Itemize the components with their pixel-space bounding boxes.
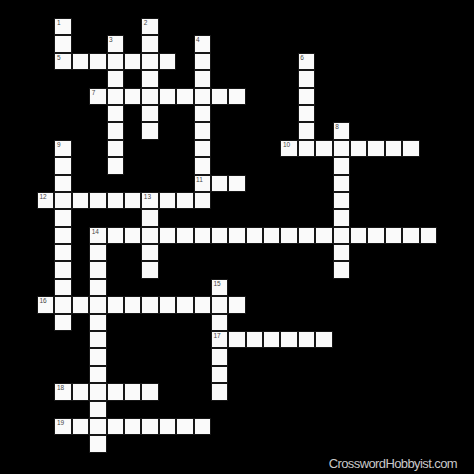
- cell-r9-c11[interactable]: [228, 175, 245, 192]
- cell-r12-c14[interactable]: [280, 227, 297, 244]
- cell-r1-c4[interactable]: 3: [107, 35, 124, 52]
- clue-number-6: 6: [300, 54, 304, 61]
- clue-number-19: 19: [57, 419, 64, 426]
- cell-r3-c4[interactable]: [107, 70, 124, 87]
- cell-r12-c5[interactable]: [124, 227, 141, 244]
- cell-r23-c1[interactable]: 19: [54, 418, 71, 435]
- cell-r7-c9[interactable]: [194, 140, 211, 157]
- watermark-text: CrosswordHobbyist.com: [329, 456, 457, 471]
- clue-number-14: 14: [92, 228, 99, 235]
- cell-r16-c5[interactable]: [124, 296, 141, 313]
- cell-r21-c3[interactable]: [89, 383, 106, 400]
- cell-r12-c18[interactable]: [350, 227, 367, 244]
- cell-r17-c1[interactable]: [54, 314, 71, 331]
- cell-r18-c13[interactable]: [263, 331, 280, 348]
- cell-r15-c3[interactable]: [89, 279, 106, 296]
- cell-r4-c8[interactable]: [176, 88, 193, 105]
- cell-r10-c1[interactable]: [54, 192, 71, 209]
- clue-number-9: 9: [57, 141, 61, 148]
- cell-r13-c17[interactable]: [333, 244, 350, 261]
- cell-r12-c6[interactable]: [141, 227, 158, 244]
- cell-r23-c2[interactable]: [72, 418, 89, 435]
- cell-r9-c1[interactable]: [54, 175, 71, 192]
- cell-r13-c6[interactable]: [141, 244, 158, 261]
- cell-r7-c20[interactable]: [385, 140, 402, 157]
- cell-r18-c14[interactable]: [280, 331, 297, 348]
- cell-r2-c4[interactable]: [107, 53, 124, 70]
- cell-r2-c3[interactable]: [89, 53, 106, 70]
- cell-r18-c11[interactable]: [228, 331, 245, 348]
- cell-r7-c21[interactable]: [402, 140, 419, 157]
- cell-r21-c5[interactable]: [124, 383, 141, 400]
- cell-r13-c3[interactable]: [89, 244, 106, 261]
- cell-r16-c7[interactable]: [159, 296, 176, 313]
- cell-r16-c0[interactable]: 16: [37, 296, 54, 313]
- cell-r23-c8[interactable]: [176, 418, 193, 435]
- cell-r2-c7[interactable]: [159, 53, 176, 70]
- clue-number-12: 12: [40, 193, 47, 200]
- cell-r12-c8[interactable]: [176, 227, 193, 244]
- cell-r19-c3[interactable]: [89, 348, 106, 365]
- cell-r16-c2[interactable]: [72, 296, 89, 313]
- cell-r4-c7[interactable]: [159, 88, 176, 105]
- cell-r17-c3[interactable]: [89, 314, 106, 331]
- clue-number-4: 4: [196, 36, 200, 43]
- clue-number-17: 17: [213, 332, 220, 339]
- cell-r16-c10[interactable]: [211, 296, 228, 313]
- cell-r2-c6[interactable]: [141, 53, 158, 70]
- cell-r16-c6[interactable]: [141, 296, 158, 313]
- cell-r12-c22[interactable]: [420, 227, 437, 244]
- cell-r6-c15[interactable]: [298, 122, 315, 139]
- cell-r23-c4[interactable]: [107, 418, 124, 435]
- cell-r23-c6[interactable]: [141, 418, 158, 435]
- cell-r8-c4[interactable]: [107, 157, 124, 174]
- cell-r12-c3[interactable]: 14: [89, 227, 106, 244]
- cell-r4-c9[interactable]: [194, 88, 211, 105]
- cell-r3-c9[interactable]: [194, 70, 211, 87]
- cell-r10-c0[interactable]: 12: [37, 192, 54, 209]
- cell-r12-c12[interactable]: [246, 227, 263, 244]
- cell-r2-c2[interactable]: [72, 53, 89, 70]
- cell-r7-c14[interactable]: 10: [280, 140, 297, 157]
- clue-number-15: 15: [213, 280, 220, 287]
- cell-r24-c3[interactable]: [89, 435, 106, 452]
- cell-r0-c1[interactable]: 1: [54, 18, 71, 35]
- cell-r8-c9[interactable]: [194, 157, 211, 174]
- cell-r7-c17[interactable]: [333, 140, 350, 157]
- cell-r5-c4[interactable]: [107, 105, 124, 122]
- cell-r12-c20[interactable]: [385, 227, 402, 244]
- cell-r4-c3[interactable]: 7: [89, 88, 106, 105]
- cell-r10-c6[interactable]: 13: [141, 192, 158, 209]
- clue-number-13: 13: [144, 193, 151, 200]
- cell-r22-c3[interactable]: [89, 401, 106, 418]
- cell-r6-c17[interactable]: 8: [333, 122, 350, 139]
- cell-r15-c1[interactable]: [54, 279, 71, 296]
- cell-r21-c1[interactable]: 18: [54, 383, 71, 400]
- cell-r10-c4[interactable]: [107, 192, 124, 209]
- cell-r20-c10[interactable]: [211, 366, 228, 383]
- crossword-grid: 12345678910111213141516171819: [37, 18, 437, 453]
- cell-r12-c7[interactable]: [159, 227, 176, 244]
- cell-r10-c5[interactable]: [124, 192, 141, 209]
- clue-number-1: 1: [57, 19, 61, 26]
- cell-r14-c6[interactable]: [141, 261, 158, 278]
- cell-r2-c1[interactable]: 5: [54, 53, 71, 70]
- cell-r23-c5[interactable]: [124, 418, 141, 435]
- cell-r11-c6[interactable]: [141, 209, 158, 226]
- cell-r23-c3[interactable]: [89, 418, 106, 435]
- clue-number-8: 8: [335, 123, 339, 130]
- cell-r11-c1[interactable]: [54, 209, 71, 226]
- cell-r18-c3[interactable]: [89, 331, 106, 348]
- cell-r12-c15[interactable]: [298, 227, 315, 244]
- clue-number-7: 7: [92, 89, 96, 96]
- cell-r17-c10[interactable]: [211, 314, 228, 331]
- cell-r12-c4[interactable]: [107, 227, 124, 244]
- cell-r12-c19[interactable]: [367, 227, 384, 244]
- cell-r21-c2[interactable]: [72, 383, 89, 400]
- cell-r10-c8[interactable]: [176, 192, 193, 209]
- cell-r16-c1[interactable]: [54, 296, 71, 313]
- cell-r12-c1[interactable]: [54, 227, 71, 244]
- cell-r13-c1[interactable]: [54, 244, 71, 261]
- cell-r10-c3[interactable]: [89, 192, 106, 209]
- cell-r19-c10[interactable]: [211, 348, 228, 365]
- cell-r20-c3[interactable]: [89, 366, 106, 383]
- clue-number-16: 16: [40, 297, 47, 304]
- cell-r4-c15[interactable]: [298, 88, 315, 105]
- cell-r10-c2[interactable]: [72, 192, 89, 209]
- cell-r18-c10[interactable]: 17: [211, 331, 228, 348]
- cell-r12-c9[interactable]: [194, 227, 211, 244]
- cell-r14-c1[interactable]: [54, 261, 71, 278]
- cell-r18-c16[interactable]: [315, 331, 332, 348]
- cell-r3-c15[interactable]: [298, 70, 315, 87]
- cell-r4-c4[interactable]: [107, 88, 124, 105]
- cell-r9-c10[interactable]: [211, 175, 228, 192]
- cell-r2-c9[interactable]: [194, 53, 211, 70]
- cell-r12-c17[interactable]: [333, 227, 350, 244]
- cell-r23-c9[interactable]: [194, 418, 211, 435]
- cell-r0-c6[interactable]: 2: [141, 18, 158, 35]
- cell-r12-c13[interactable]: [263, 227, 280, 244]
- crossword-puzzle-page: 12345678910111213141516171819 CrosswordH…: [0, 0, 474, 474]
- cell-r10-c7[interactable]: [159, 192, 176, 209]
- cell-r7-c1[interactable]: 9: [54, 140, 71, 157]
- cell-r6-c6[interactable]: [141, 122, 158, 139]
- cell-r7-c4[interactable]: [107, 140, 124, 157]
- cell-r14-c17[interactable]: [333, 261, 350, 278]
- cell-r1-c9[interactable]: 4: [194, 35, 211, 52]
- cell-r16-c4[interactable]: [107, 296, 124, 313]
- cell-r8-c17[interactable]: [333, 157, 350, 174]
- cell-r3-c6[interactable]: [141, 70, 158, 87]
- cell-r9-c17[interactable]: [333, 175, 350, 192]
- clue-number-18: 18: [57, 384, 64, 391]
- clue-number-3: 3: [109, 36, 113, 43]
- cell-r21-c10[interactable]: [211, 383, 228, 400]
- cell-r7-c16[interactable]: [315, 140, 332, 157]
- cell-r14-c3[interactable]: [89, 261, 106, 278]
- cell-r12-c11[interactable]: [228, 227, 245, 244]
- cell-r4-c5[interactable]: [124, 88, 141, 105]
- cell-r1-c6[interactable]: [141, 35, 158, 52]
- cell-r16-c3[interactable]: [89, 296, 106, 313]
- cell-r2-c5[interactable]: [124, 53, 141, 70]
- cell-r9-c9[interactable]: 11: [194, 175, 211, 192]
- cell-r23-c7[interactable]: [159, 418, 176, 435]
- cell-r5-c15[interactable]: [298, 105, 315, 122]
- cell-r12-c21[interactable]: [402, 227, 419, 244]
- cell-r21-c4[interactable]: [107, 383, 124, 400]
- cell-r21-c6[interactable]: [141, 383, 158, 400]
- cell-r18-c15[interactable]: [298, 331, 315, 348]
- cell-r6-c9[interactable]: [194, 122, 211, 139]
- cell-r12-c16[interactable]: [315, 227, 332, 244]
- clue-number-10: 10: [283, 141, 290, 148]
- cell-r10-c9[interactable]: [194, 192, 211, 209]
- cell-r12-c10[interactable]: [211, 227, 228, 244]
- cell-r5-c6[interactable]: [141, 105, 158, 122]
- cell-r5-c9[interactable]: [194, 105, 211, 122]
- cell-r4-c6[interactable]: [141, 88, 158, 105]
- cell-r7-c18[interactable]: [350, 140, 367, 157]
- cell-r1-c1[interactable]: [54, 35, 71, 52]
- cell-r15-c10[interactable]: 15: [211, 279, 228, 296]
- cell-r7-c15[interactable]: [298, 140, 315, 157]
- clue-number-5: 5: [57, 54, 61, 61]
- cell-r4-c11[interactable]: [228, 88, 245, 105]
- cell-r10-c17[interactable]: [333, 192, 350, 209]
- cell-r16-c11[interactable]: [228, 296, 245, 313]
- cell-r11-c17[interactable]: [333, 209, 350, 226]
- cell-r16-c9[interactable]: [194, 296, 211, 313]
- cell-r4-c10[interactable]: [211, 88, 228, 105]
- cell-r16-c8[interactable]: [176, 296, 193, 313]
- cell-r7-c19[interactable]: [367, 140, 384, 157]
- clue-number-11: 11: [196, 176, 203, 183]
- cell-r8-c1[interactable]: [54, 157, 71, 174]
- clue-number-2: 2: [144, 19, 148, 26]
- cell-r2-c15[interactable]: 6: [298, 53, 315, 70]
- cell-r18-c12[interactable]: [246, 331, 263, 348]
- cell-r6-c4[interactable]: [107, 122, 124, 139]
